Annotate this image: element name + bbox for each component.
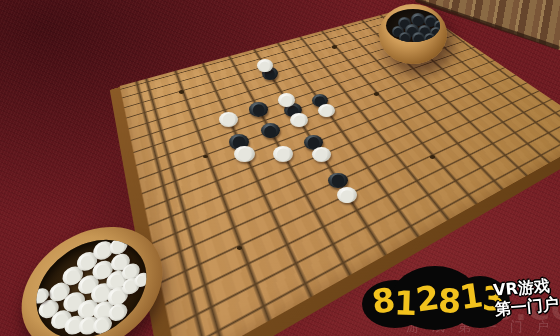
black-stone[interactable]: ● bbox=[261, 123, 280, 138]
site-id-digit: 2 bbox=[413, 278, 440, 320]
white-stone-glyph: ● bbox=[321, 104, 333, 117]
white-stone-glyph: ● bbox=[259, 59, 271, 72]
black-stone[interactable]: ● bbox=[249, 102, 267, 117]
white-stone-glyph: ● bbox=[237, 146, 252, 163]
watermark-badge: 812813 bbox=[362, 264, 512, 336]
white-stone[interactable]: ● bbox=[257, 59, 273, 72]
black-stone-glyph: ● bbox=[413, 32, 424, 42]
bowl-black-stone[interactable]: ● bbox=[399, 32, 411, 42]
white-stone-glyph: ● bbox=[340, 187, 355, 203]
white-stone[interactable]: ● bbox=[318, 104, 335, 117]
site-id-digit: 8 bbox=[369, 280, 396, 322]
white-stone-glyph: ● bbox=[280, 93, 293, 107]
white-stone[interactable]: ● bbox=[273, 146, 293, 162]
black-stone-glyph: ● bbox=[263, 123, 277, 138]
white-stone-glyph: ● bbox=[276, 146, 290, 162]
black-stone-bowl: ●●●●●●●●●●● bbox=[379, 4, 447, 64]
bowl-black-stone[interactable]: ● bbox=[424, 33, 436, 42]
white-stone-glyph: ● bbox=[293, 113, 306, 127]
white-stone[interactable]: ● bbox=[312, 147, 331, 162]
black-stone-glyph: ● bbox=[425, 33, 435, 42]
black-stone-glyph: ● bbox=[400, 32, 410, 42]
white-stone-bowl: ●●●●●●●●●●●●●●●●●●●●●●●● bbox=[16, 234, 168, 336]
white-stone-glyph: ● bbox=[222, 112, 236, 127]
site-id-digit: 8 bbox=[437, 281, 460, 321]
white-stone-glyph: ● bbox=[314, 147, 328, 162]
white-stone[interactable]: ● bbox=[337, 187, 357, 203]
white-stone[interactable]: ● bbox=[234, 146, 255, 163]
site-id-digit: 1 bbox=[394, 283, 417, 323]
vr-go-scene: ●●●●●●●●●●●●●●●●● ●●●●●●●●●●● ●●●●●●●●●●… bbox=[0, 0, 560, 336]
black-bowl-opening: ●●●●●●●●●●● bbox=[386, 9, 440, 42]
black-stone-glyph: ● bbox=[331, 173, 345, 189]
watermark-tagline: VR游戏 第一门户 bbox=[492, 275, 559, 318]
site-id-digit: 1 bbox=[457, 275, 484, 317]
black-stone-glyph: ● bbox=[252, 102, 265, 117]
watermark-site-id: 812813 bbox=[371, 277, 505, 323]
